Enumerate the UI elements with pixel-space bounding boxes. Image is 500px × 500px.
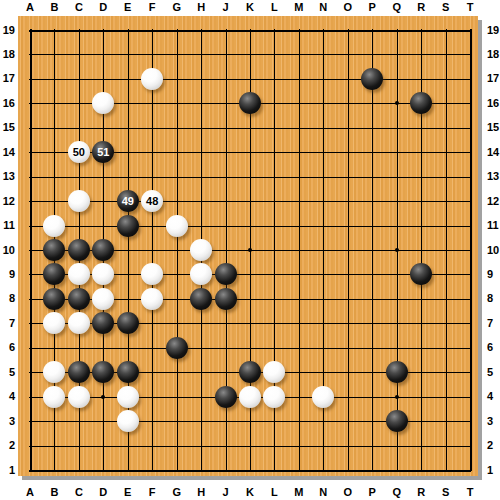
stone-black-B8 bbox=[43, 288, 65, 310]
stone-white-F8 bbox=[141, 288, 163, 310]
coordinate-label-left-15: 15 bbox=[0, 121, 15, 134]
coordinate-label-bottom-R: R bbox=[417, 486, 425, 499]
stone-black-B9 bbox=[43, 263, 65, 285]
stone-white-C12 bbox=[68, 190, 90, 212]
stone-black-G6 bbox=[166, 337, 188, 359]
coordinate-label-bottom-S: S bbox=[442, 486, 449, 499]
coordinate-label-top-J: J bbox=[222, 1, 228, 14]
coordinate-label-left-4: 4 bbox=[0, 390, 15, 403]
stone-white-L5 bbox=[263, 361, 285, 383]
stone-black-C10 bbox=[68, 239, 90, 261]
stone-black-K5 bbox=[239, 361, 261, 383]
stone-black-D10 bbox=[92, 239, 114, 261]
coordinate-label-bottom-D: D bbox=[99, 486, 107, 499]
coordinate-label-bottom-Q: Q bbox=[392, 486, 401, 499]
coordinate-label-left-13: 13 bbox=[0, 170, 15, 183]
coordinate-label-left-7: 7 bbox=[0, 317, 15, 330]
coordinate-label-right-2: 2 bbox=[487, 439, 500, 452]
stone-white-L4 bbox=[263, 386, 285, 408]
go-game-screenshot: ABCDEFGHJKLMNOPQRST ABCDEFGHJKLMNOPQRST … bbox=[0, 0, 500, 500]
move-number-label: 50 bbox=[68, 141, 90, 163]
stone-white-N4 bbox=[312, 386, 334, 408]
coordinate-label-right-1: 1 bbox=[487, 464, 500, 477]
coordinate-label-top-F: F bbox=[149, 1, 156, 14]
coordinate-label-left-8: 8 bbox=[0, 292, 15, 305]
stone-white-B7 bbox=[43, 312, 65, 334]
coordinate-label-right-5: 5 bbox=[487, 366, 500, 379]
stone-black-E7 bbox=[117, 312, 139, 334]
stone-black-K16 bbox=[239, 92, 261, 114]
coordinate-label-bottom-A: A bbox=[26, 486, 34, 499]
coordinate-label-top-N: N bbox=[319, 1, 327, 14]
coordinate-label-left-11: 11 bbox=[0, 219, 15, 232]
stone-white-B11 bbox=[43, 215, 65, 237]
stone-black-E11 bbox=[117, 215, 139, 237]
coordinate-label-left-19: 19 bbox=[0, 24, 15, 37]
stone-white-D9 bbox=[92, 263, 114, 285]
coordinate-label-top-R: R bbox=[417, 1, 425, 14]
grid-line-horizontal bbox=[29, 446, 471, 447]
move-number-label: 51 bbox=[92, 141, 114, 163]
stone-white-G11 bbox=[166, 215, 188, 237]
stone-white-K4 bbox=[239, 386, 261, 408]
move-number-label: 48 bbox=[141, 190, 163, 212]
coordinate-label-bottom-P: P bbox=[369, 486, 376, 499]
coordinate-label-left-17: 17 bbox=[0, 72, 15, 85]
grid-line-vertical bbox=[470, 29, 472, 471]
coordinate-label-left-1: 1 bbox=[0, 464, 15, 477]
grid-line-horizontal bbox=[29, 470, 471, 472]
stone-white-C14: 50 bbox=[68, 141, 90, 163]
stone-black-E12: 49 bbox=[117, 190, 139, 212]
stone-black-D14: 51 bbox=[92, 141, 114, 163]
coordinate-label-left-14: 14 bbox=[0, 146, 15, 159]
stone-white-E3 bbox=[117, 410, 139, 432]
stone-white-F12: 48 bbox=[141, 190, 163, 212]
stone-white-C7 bbox=[68, 312, 90, 334]
coordinate-label-left-12: 12 bbox=[0, 195, 15, 208]
coordinate-label-top-O: O bbox=[343, 1, 352, 14]
stone-black-R9 bbox=[410, 263, 432, 285]
coordinate-label-top-T: T bbox=[467, 1, 474, 14]
coordinate-label-top-M: M bbox=[294, 1, 303, 14]
coordinate-label-right-11: 11 bbox=[487, 219, 500, 232]
stone-white-B5 bbox=[43, 361, 65, 383]
stone-white-E4 bbox=[117, 386, 139, 408]
move-number-label: 49 bbox=[117, 190, 139, 212]
coordinate-label-left-5: 5 bbox=[0, 366, 15, 379]
coordinate-label-bottom-H: H bbox=[197, 486, 205, 499]
stone-black-C5 bbox=[68, 361, 90, 383]
coordinate-label-right-13: 13 bbox=[487, 170, 500, 183]
coordinate-label-right-12: 12 bbox=[487, 195, 500, 208]
stone-white-D16 bbox=[92, 92, 114, 114]
coordinate-label-top-D: D bbox=[99, 1, 107, 14]
star-point-K10 bbox=[248, 248, 252, 252]
coordinate-label-left-3: 3 bbox=[0, 415, 15, 428]
coordinate-label-top-H: H bbox=[197, 1, 205, 14]
coordinate-label-top-K: K bbox=[246, 1, 254, 14]
coordinate-label-left-2: 2 bbox=[0, 439, 15, 452]
stone-black-Q3 bbox=[386, 410, 408, 432]
coordinate-label-top-G: G bbox=[172, 1, 181, 14]
coordinate-label-left-18: 18 bbox=[0, 48, 15, 61]
coordinate-label-right-7: 7 bbox=[487, 317, 500, 330]
stone-black-Q5 bbox=[386, 361, 408, 383]
coordinate-label-right-3: 3 bbox=[487, 415, 500, 428]
grid-line-vertical bbox=[299, 29, 300, 471]
coordinate-label-right-9: 9 bbox=[487, 268, 500, 281]
coordinate-label-left-10: 10 bbox=[0, 244, 15, 257]
coordinate-label-bottom-T: T bbox=[467, 486, 474, 499]
stone-white-C4 bbox=[68, 386, 90, 408]
coordinate-label-bottom-M: M bbox=[294, 486, 303, 499]
star-point-Q16 bbox=[395, 101, 399, 105]
star-point-Q4 bbox=[395, 395, 399, 399]
coordinate-label-bottom-N: N bbox=[319, 486, 327, 499]
star-point-Q10 bbox=[395, 248, 399, 252]
stone-black-J9 bbox=[215, 263, 237, 285]
coordinate-label-bottom-E: E bbox=[124, 486, 131, 499]
stone-white-F9 bbox=[141, 263, 163, 285]
stone-black-C8 bbox=[68, 288, 90, 310]
coordinate-label-top-S: S bbox=[442, 1, 449, 14]
coordinate-label-bottom-K: K bbox=[246, 486, 254, 499]
stone-black-E5 bbox=[117, 361, 139, 383]
coordinate-label-top-Q: Q bbox=[392, 1, 401, 14]
coordinate-label-bottom-C: C bbox=[75, 486, 83, 499]
coordinate-label-right-6: 6 bbox=[487, 341, 500, 354]
star-point-D4 bbox=[101, 395, 105, 399]
coordinate-label-top-L: L bbox=[271, 1, 278, 14]
stone-black-D7 bbox=[92, 312, 114, 334]
stone-white-H9 bbox=[190, 263, 212, 285]
grid-line-vertical bbox=[372, 29, 373, 471]
coordinate-label-right-15: 15 bbox=[487, 121, 500, 134]
coordinate-label-right-10: 10 bbox=[487, 244, 500, 257]
coordinate-label-top-P: P bbox=[369, 1, 376, 14]
coordinate-label-top-C: C bbox=[75, 1, 83, 14]
grid-line-horizontal bbox=[29, 348, 471, 349]
coordinate-label-right-19: 19 bbox=[487, 24, 500, 37]
coordinate-label-top-B: B bbox=[50, 1, 58, 14]
stone-white-C9 bbox=[68, 263, 90, 285]
stone-black-J4 bbox=[215, 386, 237, 408]
stone-black-P17 bbox=[361, 68, 383, 90]
coordinate-label-bottom-L: L bbox=[271, 486, 278, 499]
stone-black-J8 bbox=[215, 288, 237, 310]
coordinate-label-bottom-G: G bbox=[172, 486, 181, 499]
coordinate-label-right-17: 17 bbox=[487, 72, 500, 85]
coordinate-label-right-18: 18 bbox=[487, 48, 500, 61]
coordinate-label-right-16: 16 bbox=[487, 97, 500, 110]
stone-white-H10 bbox=[190, 239, 212, 261]
go-board[interactable]: 50514948 bbox=[18, 16, 478, 476]
grid-line-vertical bbox=[348, 29, 349, 471]
coordinate-label-right-14: 14 bbox=[487, 146, 500, 159]
stone-white-F17 bbox=[141, 68, 163, 90]
stone-black-B10 bbox=[43, 239, 65, 261]
coordinate-label-right-8: 8 bbox=[487, 292, 500, 305]
grid-line-vertical bbox=[446, 29, 447, 471]
coordinate-label-bottom-B: B bbox=[50, 486, 58, 499]
stone-black-H8 bbox=[190, 288, 212, 310]
stone-white-D8 bbox=[92, 288, 114, 310]
coordinate-label-bottom-J: J bbox=[222, 486, 228, 499]
stone-white-B4 bbox=[43, 386, 65, 408]
coordinate-label-top-A: A bbox=[26, 1, 34, 14]
coordinate-label-left-9: 9 bbox=[0, 268, 15, 281]
coordinate-label-left-6: 6 bbox=[0, 341, 15, 354]
stone-black-R16 bbox=[410, 92, 432, 114]
coordinate-label-left-16: 16 bbox=[0, 97, 15, 110]
coordinate-label-bottom-F: F bbox=[149, 486, 156, 499]
coordinate-label-top-E: E bbox=[124, 1, 131, 14]
stone-black-D5 bbox=[92, 361, 114, 383]
coordinate-label-right-4: 4 bbox=[487, 390, 500, 403]
coordinate-label-bottom-O: O bbox=[343, 486, 352, 499]
